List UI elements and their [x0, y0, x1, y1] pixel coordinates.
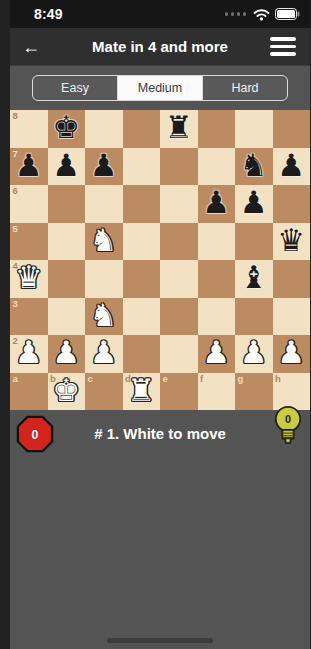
square-a8[interactable]: 8 — [10, 110, 48, 148]
square-e7[interactable] — [160, 148, 198, 186]
black-bishop: ♝ — [240, 262, 268, 293]
app-screen: 8:49 ← Mate in 4 and more Easy Medium Ha… — [10, 0, 310, 649]
square-d3[interactable] — [123, 298, 161, 336]
square-d8[interactable] — [123, 110, 161, 148]
square-d2[interactable] — [123, 335, 161, 373]
square-b7[interactable]: ♟ — [48, 148, 86, 186]
square-g5[interactable] — [235, 223, 273, 261]
square-f1[interactable]: f — [198, 373, 236, 411]
square-h3[interactable] — [273, 298, 311, 336]
black-knight: ♞ — [240, 150, 268, 181]
white-knight: ♞ — [90, 225, 118, 256]
wifi-icon — [253, 8, 270, 21]
square-c8[interactable] — [85, 110, 123, 148]
square-f3[interactable] — [198, 298, 236, 336]
square-b1[interactable]: b♚ — [48, 373, 86, 411]
black-pawn: ♟ — [240, 187, 268, 218]
square-c4[interactable] — [85, 260, 123, 298]
square-f7[interactable] — [198, 148, 236, 186]
white-pawn: ♟ — [52, 337, 80, 368]
square-a6[interactable]: 6 — [10, 185, 48, 223]
square-h7[interactable]: ♟ — [273, 148, 311, 186]
mistakes-count: 0 — [32, 428, 39, 442]
rank-label-5: 5 — [13, 224, 18, 234]
square-a3[interactable]: 3 — [10, 298, 48, 336]
square-c3[interactable]: ♞ — [85, 298, 123, 336]
square-h4[interactable] — [273, 260, 311, 298]
square-e3[interactable] — [160, 298, 198, 336]
square-e1[interactable]: e — [160, 373, 198, 411]
puzzle-caption: # 1. White to move — [10, 425, 310, 442]
square-b8[interactable]: ♚ — [48, 110, 86, 148]
square-f4[interactable] — [198, 260, 236, 298]
white-pawn: ♟ — [90, 337, 118, 368]
square-f6[interactable]: ♟ — [198, 185, 236, 223]
square-g6[interactable]: ♟ — [235, 185, 273, 223]
square-e6[interactable] — [160, 185, 198, 223]
status-time: 8:49 — [34, 6, 63, 22]
rank-label-3: 3 — [13, 299, 18, 309]
square-b6[interactable] — [48, 185, 86, 223]
black-rook: ♜ — [165, 112, 193, 143]
tab-hard[interactable]: Hard — [202, 76, 287, 100]
status-bar: 8:49 — [10, 0, 310, 28]
square-h5[interactable]: ♛ — [273, 223, 311, 261]
square-d5[interactable] — [123, 223, 161, 261]
white-pawn: ♟ — [15, 337, 43, 368]
file-label-f: f — [200, 374, 203, 384]
white-pawn: ♟ — [202, 337, 230, 368]
file-label-g: g — [238, 374, 244, 384]
white-king: ♚ — [52, 375, 80, 406]
square-g4[interactable]: ♝ — [235, 260, 273, 298]
rank-label-6: 6 — [13, 186, 18, 196]
square-h6[interactable] — [273, 185, 311, 223]
difficulty-segmented-control: Easy Medium Hard — [32, 75, 288, 101]
square-c5[interactable]: ♞ — [85, 223, 123, 261]
file-label-a: a — [13, 374, 18, 384]
square-e4[interactable] — [160, 260, 198, 298]
square-c7[interactable]: ♟ — [85, 148, 123, 186]
hints-count: 0 — [285, 413, 291, 425]
black-king: ♚ — [52, 112, 80, 143]
file-label-e: e — [163, 374, 168, 384]
file-label-c: c — [88, 374, 93, 384]
square-d4[interactable] — [123, 260, 161, 298]
battery-icon — [275, 8, 300, 20]
square-f8[interactable] — [198, 110, 236, 148]
square-e2[interactable] — [160, 335, 198, 373]
white-knight: ♞ — [90, 300, 118, 331]
white-rook: ♜ — [127, 375, 155, 406]
square-g2[interactable]: ♟ — [235, 335, 273, 373]
file-label-h: h — [275, 374, 281, 384]
rank-label-8: 8 — [13, 111, 18, 121]
square-f2[interactable]: ♟ — [198, 335, 236, 373]
black-pawn: ♟ — [202, 187, 230, 218]
square-h8[interactable] — [273, 110, 311, 148]
square-b3[interactable] — [48, 298, 86, 336]
status-icons — [225, 8, 301, 21]
black-pawn: ♟ — [15, 150, 43, 181]
square-e8[interactable]: ♜ — [160, 110, 198, 148]
cellular-signal-icon — [225, 12, 247, 16]
mistakes-stop-badge[interactable]: 0 — [16, 414, 54, 454]
square-a7[interactable]: 7♟ — [10, 148, 48, 186]
square-g8[interactable] — [235, 110, 273, 148]
square-g1[interactable]: g — [235, 373, 273, 411]
square-e5[interactable] — [160, 223, 198, 261]
square-b5[interactable] — [48, 223, 86, 261]
home-indicator[interactable] — [107, 638, 213, 643]
square-a4[interactable]: 4♛ — [10, 260, 48, 298]
square-a2[interactable]: 2♟ — [10, 335, 48, 373]
black-pawn: ♟ — [277, 150, 305, 181]
black-pawn: ♟ — [52, 150, 80, 181]
square-g3[interactable] — [235, 298, 273, 336]
square-d6[interactable] — [123, 185, 161, 223]
white-pawn: ♟ — [240, 337, 268, 368]
puzzle-status-bar: 0 # 1. White to move 0 — [10, 410, 310, 456]
square-c6[interactable] — [85, 185, 123, 223]
square-f5[interactable] — [198, 223, 236, 261]
square-b4[interactable] — [48, 260, 86, 298]
square-c2[interactable]: ♟ — [85, 335, 123, 373]
difficulty-tabs-row: Easy Medium Hard — [10, 65, 310, 110]
square-c1[interactable]: c — [85, 373, 123, 411]
square-b2[interactable]: ♟ — [48, 335, 86, 373]
page-title: Mate in 4 and more — [10, 38, 310, 55]
square-a1[interactable]: a — [10, 373, 48, 411]
chess-board: 8♚♜7♟♟♟♞♟6♟♟5♞♛4♛♝3♞2♟♟♟♟♟♟ab♚cd♜efgh — [10, 110, 310, 410]
square-h2[interactable]: ♟ — [273, 335, 311, 373]
hamburger-menu-icon[interactable] — [268, 33, 298, 60]
nav-bar: ← Mate in 4 and more — [10, 28, 310, 65]
back-arrow-icon[interactable]: ← — [22, 38, 48, 56]
square-d1[interactable]: d♜ — [123, 373, 161, 411]
black-queen: ♛ — [277, 225, 305, 256]
square-g7[interactable]: ♞ — [235, 148, 273, 186]
white-pawn: ♟ — [277, 337, 305, 368]
black-pawn: ♟ — [90, 150, 118, 181]
white-queen: ♛ — [15, 262, 43, 293]
square-a5[interactable]: 5 — [10, 223, 48, 261]
hint-lightbulb-icon[interactable]: 0 — [272, 404, 304, 452]
tab-medium[interactable]: Medium — [117, 76, 202, 100]
square-d7[interactable] — [123, 148, 161, 186]
tab-easy[interactable]: Easy — [33, 76, 117, 100]
